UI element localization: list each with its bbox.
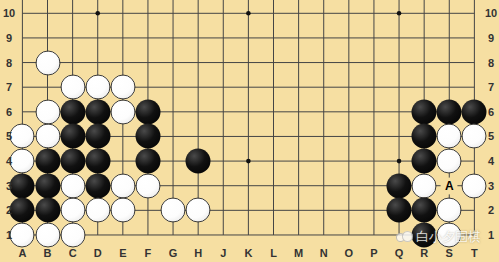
col-label-J: J xyxy=(220,248,226,259)
row-label-right-2: 2 xyxy=(488,205,494,216)
row-label-left-7: 7 xyxy=(6,82,12,93)
go-board-diagram: 1010998877665544332211ABCDEFGHJKLMNOPQRS… xyxy=(0,0,499,262)
stone-black-H4 xyxy=(186,149,211,174)
col-label-A: A xyxy=(18,248,26,259)
stone-black-B2 xyxy=(35,198,60,223)
stone-black-D3 xyxy=(85,173,110,198)
stone-white-S2 xyxy=(437,198,462,223)
row-label-left-5: 5 xyxy=(6,131,12,142)
stone-white-R3 xyxy=(412,173,437,198)
stone-white-F3 xyxy=(135,173,160,198)
stone-black-B4 xyxy=(35,149,60,174)
watermark: 白小夕围棋 xyxy=(396,228,481,246)
stone-black-R6 xyxy=(412,99,437,124)
col-label-K: K xyxy=(244,248,252,259)
stone-black-C5 xyxy=(60,124,85,149)
stone-black-D6 xyxy=(85,99,110,124)
stone-white-T5 xyxy=(462,124,487,149)
stone-white-H2 xyxy=(186,198,211,223)
row-label-right-1: 1 xyxy=(488,229,494,240)
row-label-right-7: 7 xyxy=(488,82,494,93)
row-label-left-10: 10 xyxy=(3,8,15,19)
row-label-left-2: 2 xyxy=(6,205,12,216)
col-label-L: L xyxy=(270,248,277,259)
row-label-left-1: 1 xyxy=(6,229,12,240)
stone-white-C2 xyxy=(60,198,85,223)
stone-black-C6 xyxy=(60,99,85,124)
stone-white-D2 xyxy=(85,198,110,223)
stone-white-E7 xyxy=(110,75,135,100)
col-label-D: D xyxy=(94,248,102,259)
stone-white-A5 xyxy=(10,124,35,149)
watermark-text: 白小夕围棋 xyxy=(416,228,481,246)
stone-white-B5 xyxy=(35,124,60,149)
stone-black-S6 xyxy=(437,99,462,124)
row-label-left-6: 6 xyxy=(6,106,12,117)
col-label-S: S xyxy=(446,248,453,259)
col-label-P: P xyxy=(370,248,377,259)
stone-black-B3 xyxy=(35,173,60,198)
stone-black-R5 xyxy=(412,124,437,149)
stone-white-S5 xyxy=(437,124,462,149)
stone-black-F6 xyxy=(135,99,160,124)
col-label-G: G xyxy=(169,248,178,259)
stone-white-S4 xyxy=(437,149,462,174)
row-label-right-4: 4 xyxy=(488,156,494,167)
stone-black-A2 xyxy=(10,198,35,223)
stone-white-A1 xyxy=(10,222,35,247)
stone-black-D4 xyxy=(85,149,110,174)
col-label-E: E xyxy=(119,248,126,259)
col-label-Q: Q xyxy=(395,248,404,259)
stone-black-F5 xyxy=(135,124,160,149)
stone-white-B1 xyxy=(35,222,60,247)
row-label-right-10: 10 xyxy=(485,8,497,19)
row-label-right-8: 8 xyxy=(488,57,494,68)
stone-white-C7 xyxy=(60,75,85,100)
col-label-F: F xyxy=(145,248,152,259)
row-label-right-9: 9 xyxy=(488,32,494,43)
row-label-left-3: 3 xyxy=(6,180,12,191)
col-label-M: M xyxy=(294,248,303,259)
stone-white-G2 xyxy=(161,198,186,223)
stone-white-A4 xyxy=(10,149,35,174)
stone-black-C4 xyxy=(60,149,85,174)
stone-white-T3 xyxy=(462,173,487,198)
stone-black-D5 xyxy=(85,124,110,149)
col-label-T: T xyxy=(471,248,478,259)
col-label-B: B xyxy=(44,248,52,259)
stone-black-F4 xyxy=(135,149,160,174)
stone-black-R2 xyxy=(412,198,437,223)
stone-black-T6 xyxy=(462,99,487,124)
stone-black-A3 xyxy=(10,173,35,198)
stone-white-C1 xyxy=(60,222,85,247)
stone-black-Q2 xyxy=(387,198,412,223)
row-label-left-8: 8 xyxy=(6,57,12,68)
stone-black-Q3 xyxy=(387,173,412,198)
marker-A-S3: A xyxy=(441,177,458,194)
stone-black-R4 xyxy=(412,149,437,174)
stone-white-B6 xyxy=(35,99,60,124)
stone-white-E6 xyxy=(110,99,135,124)
stone-white-E3 xyxy=(110,173,135,198)
stone-white-E2 xyxy=(110,198,135,223)
stone-white-B8 xyxy=(35,50,60,75)
row-label-left-9: 9 xyxy=(6,32,12,43)
col-label-O: O xyxy=(345,248,354,259)
stone-white-D7 xyxy=(85,75,110,100)
col-label-R: R xyxy=(420,248,428,259)
row-label-right-6: 6 xyxy=(488,106,494,117)
col-label-H: H xyxy=(194,248,202,259)
row-label-right-5: 5 xyxy=(488,131,494,142)
col-label-C: C xyxy=(69,248,77,259)
stone-white-C3 xyxy=(60,173,85,198)
row-label-left-4: 4 xyxy=(6,156,12,167)
col-label-N: N xyxy=(320,248,328,259)
row-label-right-3: 3 xyxy=(488,180,494,191)
watermark-stones-icon xyxy=(396,229,414,245)
